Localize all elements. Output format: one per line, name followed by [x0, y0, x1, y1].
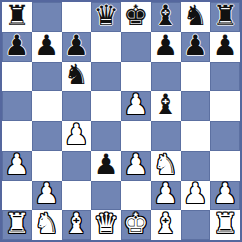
white-bishop[interactable]: ♝ — [153, 210, 178, 238]
white-pawn[interactable]: ♟ — [4, 151, 29, 179]
square-e6[interactable] — [121, 62, 151, 92]
square-d8[interactable]: ♛ — [91, 2, 121, 32]
square-h7[interactable]: ♟ — [210, 32, 240, 62]
white-pawn[interactable]: ♟ — [123, 151, 148, 179]
square-b7[interactable]: ♟ — [32, 32, 62, 62]
white-king[interactable]: ♚ — [123, 210, 148, 238]
white-pawn[interactable]: ♟ — [123, 91, 148, 119]
square-f1[interactable]: ♝ — [151, 210, 181, 240]
square-h5[interactable] — [210, 91, 240, 121]
black-rook[interactable]: ♜ — [213, 2, 238, 30]
square-a2[interactable] — [2, 181, 32, 211]
black-pawn[interactable]: ♟ — [4, 32, 29, 60]
square-c1[interactable]: ♝ — [62, 210, 92, 240]
square-f8[interactable]: ♝ — [151, 2, 181, 32]
square-f4[interactable] — [151, 121, 181, 151]
square-g4[interactable] — [181, 121, 211, 151]
black-pawn[interactable]: ♟ — [64, 32, 89, 60]
chess-board: ♜♛♚♝♞♜♟♟♟♟♟♟♞♟♝♟♟♟♟♞♟♟♟♟♜♞♝♛♚♝♜ — [0, 0, 242, 242]
square-c5[interactable] — [62, 91, 92, 121]
square-a1[interactable]: ♜ — [2, 210, 32, 240]
black-bishop[interactable]: ♝ — [153, 2, 178, 30]
square-a8[interactable]: ♜ — [2, 2, 32, 32]
white-pawn[interactable]: ♟ — [34, 181, 59, 209]
black-queen[interactable]: ♛ — [94, 2, 119, 30]
square-a7[interactable]: ♟ — [2, 32, 32, 62]
black-pawn[interactable]: ♟ — [213, 32, 238, 60]
black-knight[interactable]: ♞ — [183, 2, 208, 30]
square-g5[interactable] — [181, 91, 211, 121]
black-pawn[interactable]: ♟ — [153, 32, 178, 60]
square-g8[interactable]: ♞ — [181, 2, 211, 32]
square-f3[interactable]: ♞ — [151, 151, 181, 181]
square-c8[interactable] — [62, 2, 92, 32]
square-b1[interactable]: ♞ — [32, 210, 62, 240]
square-h8[interactable]: ♜ — [210, 2, 240, 32]
square-e7[interactable] — [121, 32, 151, 62]
square-d4[interactable] — [91, 121, 121, 151]
square-d7[interactable] — [91, 32, 121, 62]
black-pawn[interactable]: ♟ — [94, 151, 119, 179]
square-f6[interactable] — [151, 62, 181, 92]
square-h1[interactable]: ♜ — [210, 210, 240, 240]
white-rook[interactable]: ♜ — [4, 210, 29, 238]
square-a4[interactable] — [2, 121, 32, 151]
white-bishop[interactable]: ♝ — [64, 210, 89, 238]
black-knight[interactable]: ♞ — [64, 62, 89, 90]
square-b5[interactable] — [32, 91, 62, 121]
square-a6[interactable] — [2, 62, 32, 92]
square-b3[interactable] — [32, 151, 62, 181]
square-e5[interactable]: ♟ — [121, 91, 151, 121]
square-b4[interactable] — [32, 121, 62, 151]
square-f2[interactable]: ♟ — [151, 181, 181, 211]
square-h4[interactable] — [210, 121, 240, 151]
square-b2[interactable]: ♟ — [32, 181, 62, 211]
square-h6[interactable] — [210, 62, 240, 92]
square-h3[interactable] — [210, 151, 240, 181]
black-king[interactable]: ♚ — [123, 2, 148, 30]
white-knight[interactable]: ♞ — [153, 151, 178, 179]
square-e8[interactable]: ♚ — [121, 2, 151, 32]
square-e1[interactable]: ♚ — [121, 210, 151, 240]
square-c4[interactable]: ♟ — [62, 121, 92, 151]
black-bishop[interactable]: ♝ — [153, 91, 178, 119]
white-pawn[interactable]: ♟ — [213, 181, 238, 209]
square-d6[interactable] — [91, 62, 121, 92]
square-c2[interactable] — [62, 181, 92, 211]
square-e4[interactable] — [121, 121, 151, 151]
square-e2[interactable] — [121, 181, 151, 211]
square-c6[interactable]: ♞ — [62, 62, 92, 92]
black-pawn[interactable]: ♟ — [34, 32, 59, 60]
square-c7[interactable]: ♟ — [62, 32, 92, 62]
black-pawn[interactable]: ♟ — [183, 32, 208, 60]
square-h2[interactable]: ♟ — [210, 181, 240, 211]
square-d2[interactable] — [91, 181, 121, 211]
square-g6[interactable] — [181, 62, 211, 92]
square-d3[interactable]: ♟ — [91, 151, 121, 181]
white-knight[interactable]: ♞ — [34, 210, 59, 238]
white-pawn[interactable]: ♟ — [153, 181, 178, 209]
square-g3[interactable] — [181, 151, 211, 181]
white-queen[interactable]: ♛ — [94, 210, 119, 238]
square-f7[interactable]: ♟ — [151, 32, 181, 62]
square-c3[interactable] — [62, 151, 92, 181]
square-g7[interactable]: ♟ — [181, 32, 211, 62]
square-b6[interactable] — [32, 62, 62, 92]
square-e3[interactable]: ♟ — [121, 151, 151, 181]
square-g1[interactable] — [181, 210, 211, 240]
square-a3[interactable]: ♟ — [2, 151, 32, 181]
white-rook[interactable]: ♜ — [213, 210, 238, 238]
square-g2[interactable]: ♟ — [181, 181, 211, 211]
white-pawn[interactable]: ♟ — [64, 121, 89, 149]
square-d1[interactable]: ♛ — [91, 210, 121, 240]
square-b8[interactable] — [32, 2, 62, 32]
black-rook[interactable]: ♜ — [4, 2, 29, 30]
white-pawn[interactable]: ♟ — [183, 181, 208, 209]
square-a5[interactable] — [2, 91, 32, 121]
square-d5[interactable] — [91, 91, 121, 121]
square-f5[interactable]: ♝ — [151, 91, 181, 121]
